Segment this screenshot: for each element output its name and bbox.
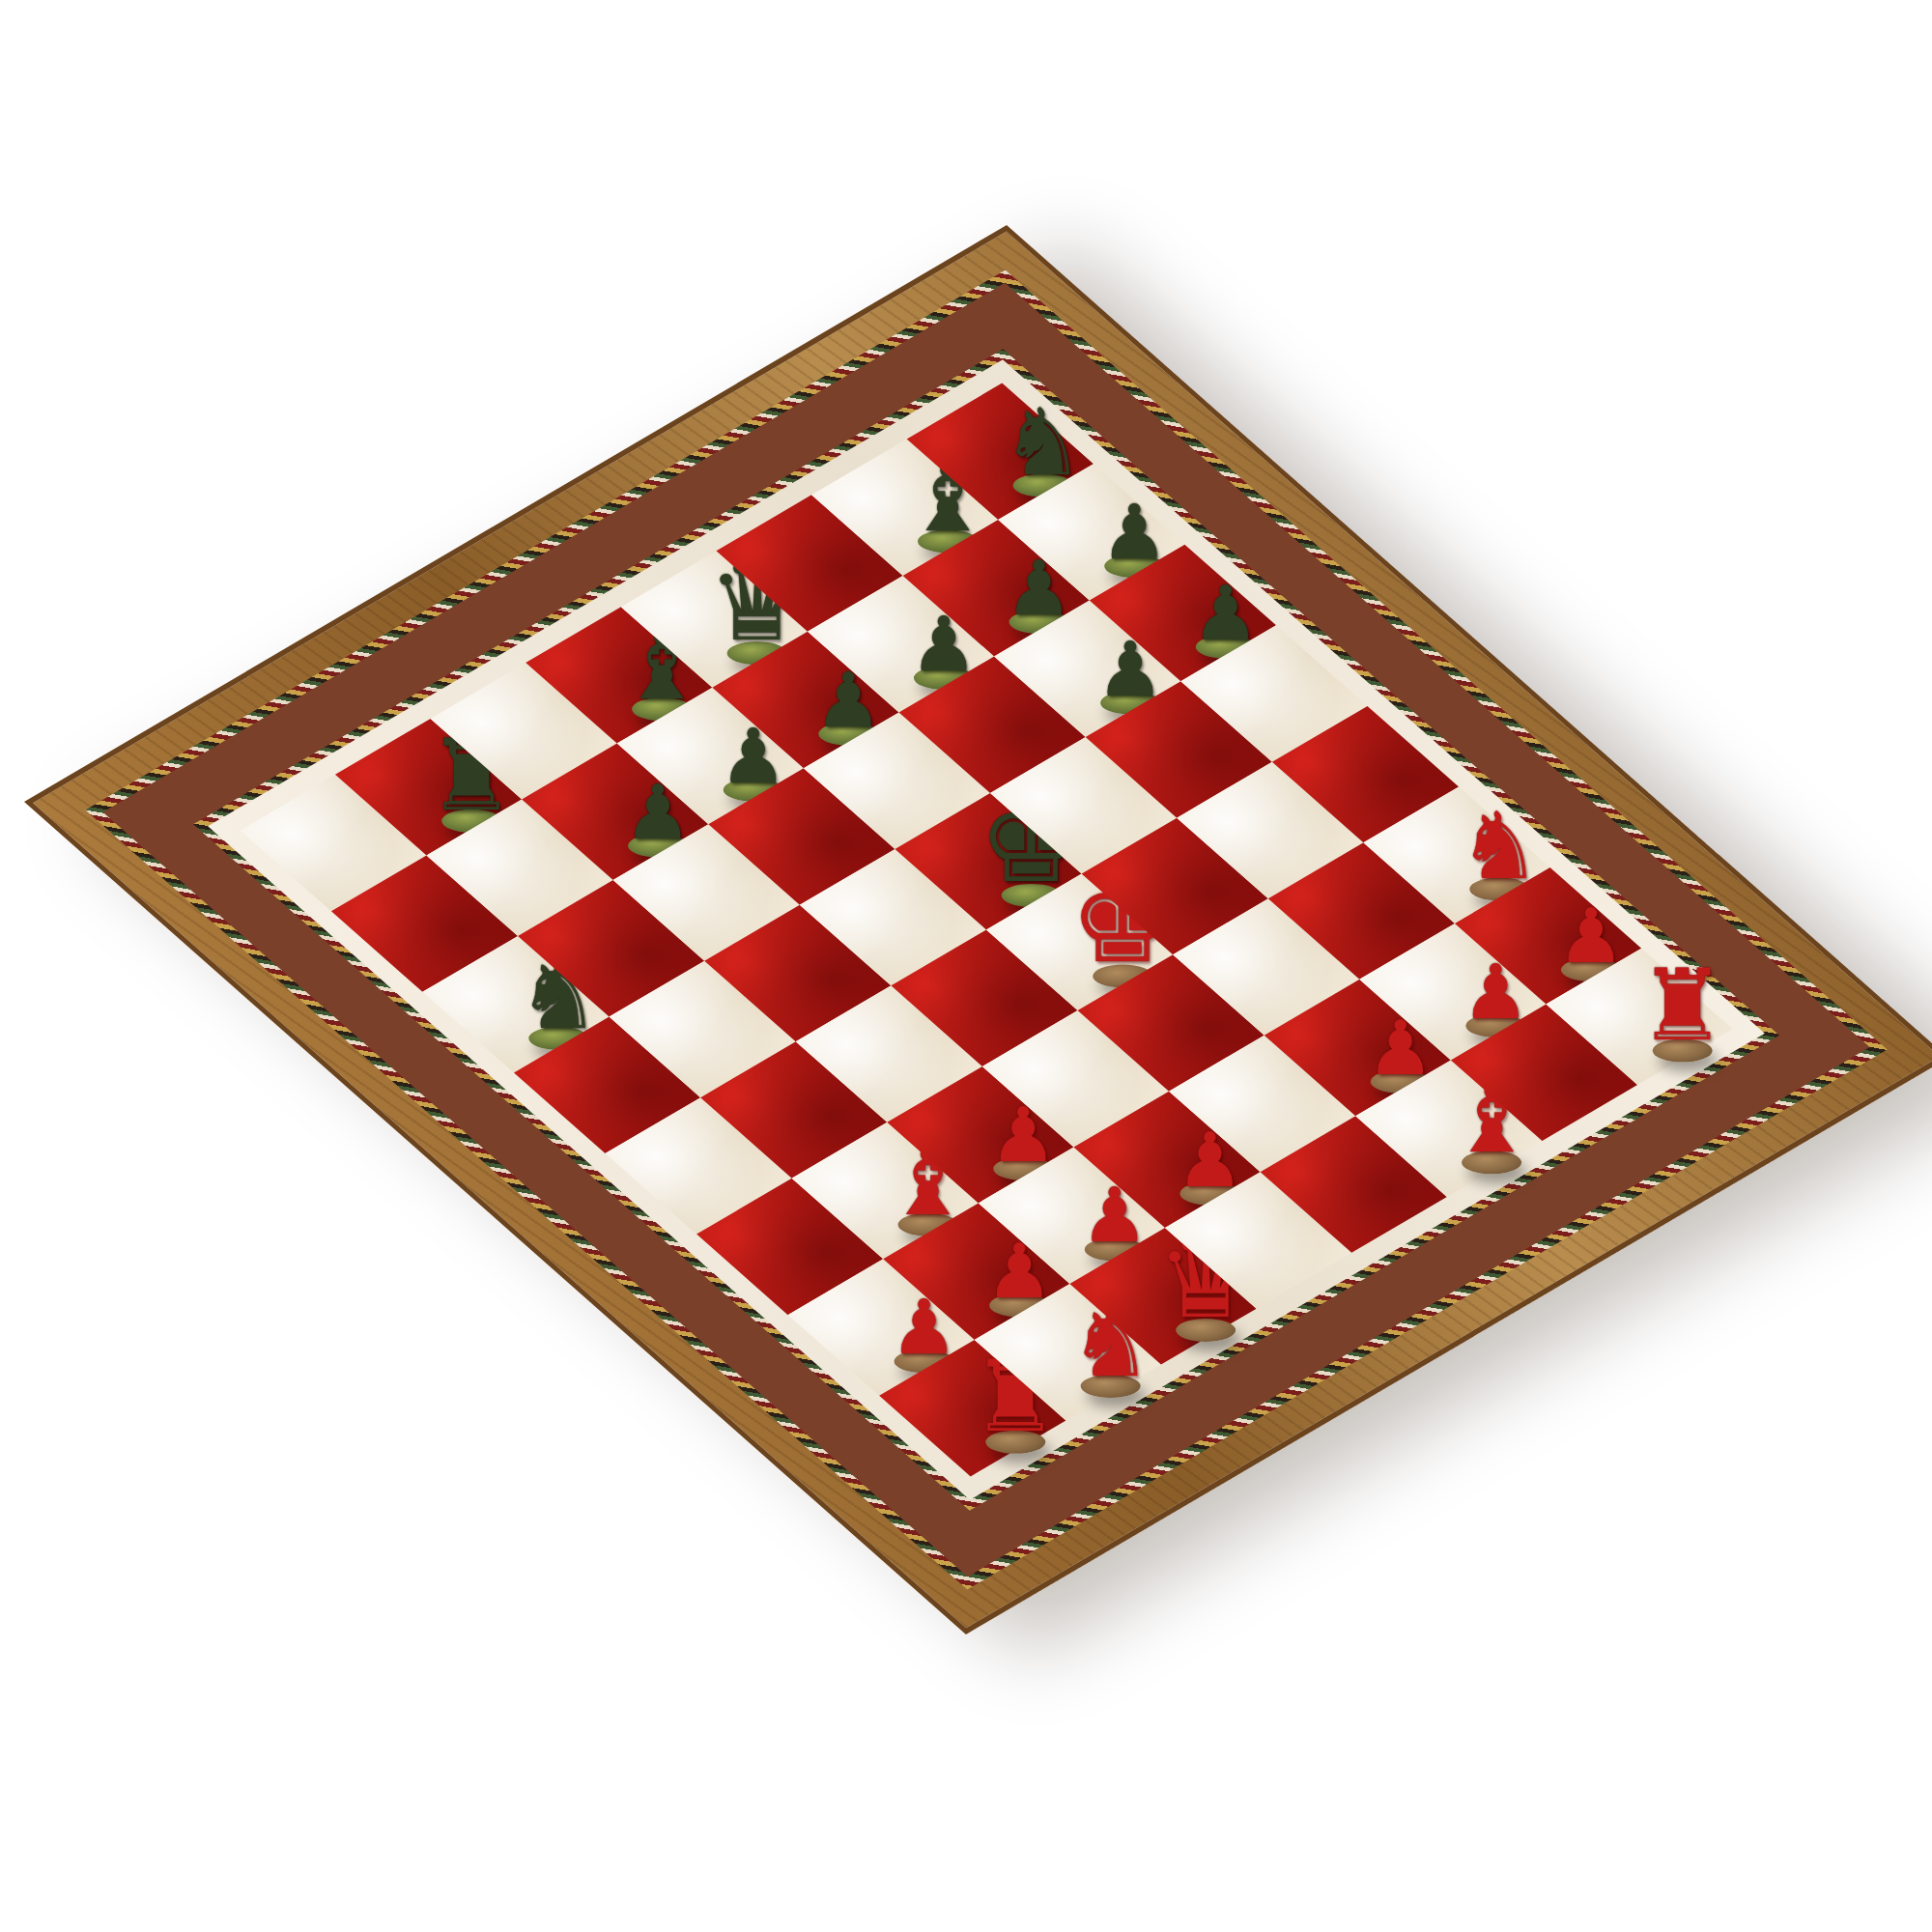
mosaic-border: ♜♝♛♝♞♟♟♟♟♟♟♞♟♟♚♚♝♟♞♟♟♟♟♟♟♟♜♞♛♝♜ xyxy=(102,283,1869,1577)
inner-stripe-band: ♜♝♛♝♞♟♟♟♟♟♟♞♟♟♚♚♝♟♞♟♟♟♟♟♟♟♜♞♛♝♜ xyxy=(193,349,1779,1511)
pearl-margin: ♜♝♛♝♞♟♟♟♟♟♟♞♟♟♚♚♝♟♞♟♟♟♟♟♟♟♜♞♛♝♜ xyxy=(208,359,1765,1499)
green-pawn[interactable]: ♟ xyxy=(1100,495,1168,570)
green-pawn[interactable]: ♟ xyxy=(1192,576,1260,651)
board-photo: ♜♝♛♝♞♟♟♟♟♟♟♞♟♟♚♚♝♟♞♟♟♟♟♟♟♟♜♞♛♝♜ xyxy=(24,225,1932,1634)
outer-stripe-band: ♜♝♛♝♞♟♟♟♟♟♟♞♟♟♚♚♝♟♞♟♟♟♟♟♟♟♜♞♛♝♜ xyxy=(85,270,1887,1589)
chess-board[interactable]: ♜♝♛♝♞♟♟♟♟♟♟♞♟♟♚♚♝♟♞♟♟♟♟♟♟♟♜♞♛♝♜ xyxy=(240,384,1732,1477)
wooden-frame: ♜♝♛♝♞♟♟♟♟♟♟♞♟♟♚♚♝♟♞♟♟♟♟♟♟♟♜♞♛♝♜ xyxy=(24,225,1932,1634)
red-rook[interactable]: ♜ xyxy=(1638,956,1727,1055)
red-pawn[interactable]: ♟ xyxy=(1557,898,1625,974)
